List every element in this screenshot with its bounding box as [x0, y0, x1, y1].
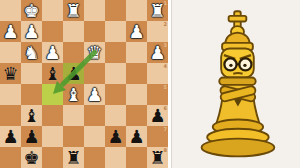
mascot-panel [168, 0, 300, 168]
square-a3[interactable] [0, 105, 21, 126]
white-p-piece-a7[interactable]: ♟ [0, 21, 21, 42]
black-p-piece-a2[interactable]: ♟ [0, 126, 21, 147]
square-h8[interactable]: ♜1 [147, 0, 168, 21]
white-p-piece-b7[interactable]: ♟ [21, 21, 42, 42]
black-q-piece-a5[interactable]: ♛ [0, 63, 21, 84]
black-p-piece-h3[interactable]: ♟ [147, 105, 168, 126]
black-p-piece-f2[interactable]: ♟ [105, 126, 126, 147]
white-p-piece-g7[interactable]: ♟ [126, 21, 147, 42]
square-c7[interactable] [42, 21, 63, 42]
square-c5[interactable]: ♝ [42, 63, 63, 84]
square-h7[interactable]: 2 [147, 21, 168, 42]
square-e2[interactable] [84, 126, 105, 147]
black-p-piece-g2[interactable]: ♟ [126, 126, 147, 147]
white-r-piece-h8[interactable]: ♜ [147, 0, 168, 21]
square-a6[interactable] [0, 42, 21, 63]
square-e4[interactable]: ♟ [84, 84, 105, 105]
square-g6[interactable] [126, 42, 147, 63]
white-p-piece-e4[interactable]: ♟ [84, 84, 105, 105]
square-d5[interactable]: ♟ [63, 63, 84, 84]
square-h4[interactable]: 5 [147, 84, 168, 105]
square-d2[interactable] [63, 126, 84, 147]
white-r-piece-d8[interactable]: ♜ [63, 0, 84, 21]
square-b3[interactable]: ♝ [21, 105, 42, 126]
square-b8[interactable]: ♚ [21, 0, 42, 21]
square-f7[interactable] [105, 21, 126, 42]
square-d3[interactable] [63, 105, 84, 126]
square-b7[interactable]: ♟ [21, 21, 42, 42]
square-a8[interactable] [0, 0, 21, 21]
square-b6[interactable]: ♞ [21, 42, 42, 63]
square-e3[interactable] [84, 105, 105, 126]
square-d4[interactable]: ♝ [63, 84, 84, 105]
square-a7[interactable]: ♟ [0, 21, 21, 42]
square-f6[interactable] [105, 42, 126, 63]
black-r-piece-d1[interactable]: ♜ [63, 147, 84, 168]
square-b5[interactable] [21, 63, 42, 84]
square-b2[interactable]: ♟ [21, 126, 42, 147]
rank-label: 7 [164, 127, 167, 132]
square-c1[interactable] [42, 147, 63, 168]
square-c8[interactable] [42, 0, 63, 21]
square-a1[interactable] [0, 147, 21, 168]
white-n-piece-b6[interactable]: ♞ [21, 42, 42, 63]
square-g5[interactable] [126, 63, 147, 84]
square-b4[interactable] [21, 84, 42, 105]
square-h5[interactable]: 4 [147, 63, 168, 84]
square-h3[interactable]: ♟6 [147, 105, 168, 126]
square-h2[interactable]: 7 [147, 126, 168, 147]
white-p-piece-c6[interactable]: ♟ [42, 42, 63, 63]
square-h6[interactable]: ♟3 [147, 42, 168, 63]
square-e6[interactable]: ♛ [84, 42, 105, 63]
black-b-piece-c5[interactable]: ♝ [42, 63, 63, 84]
square-g3[interactable] [126, 105, 147, 126]
rank-label: 4 [164, 64, 167, 69]
square-d8[interactable]: ♜ [63, 0, 84, 21]
square-a2[interactable]: ♟ [0, 126, 21, 147]
square-e8[interactable] [84, 0, 105, 21]
square-a4[interactable] [0, 84, 21, 105]
square-f8[interactable] [105, 0, 126, 21]
square-f5[interactable] [105, 63, 126, 84]
rank-label: 5 [164, 85, 167, 90]
square-g8[interactable] [126, 0, 147, 21]
square-d1[interactable]: ♜ [63, 147, 84, 168]
square-b1[interactable]: ♚ [21, 147, 42, 168]
square-g2[interactable]: ♟ [126, 126, 147, 147]
rank-label: 2 [164, 22, 167, 27]
square-c2[interactable] [42, 126, 63, 147]
square-g4[interactable] [126, 84, 147, 105]
white-b-piece-d4[interactable]: ♝ [63, 84, 84, 105]
square-c3[interactable] [42, 105, 63, 126]
board-grid[interactable]: ♚♜♜1♟♟♟2♞♟♛♟3♛♝♟4♝♟5♝♟6♟♟♟♟7♚♜♜8 [0, 0, 168, 168]
square-f4[interactable] [105, 84, 126, 105]
square-g7[interactable]: ♟ [126, 21, 147, 42]
square-e7[interactable] [84, 21, 105, 42]
golden-king-mascot-icon [181, 4, 293, 164]
square-f1[interactable] [105, 147, 126, 168]
square-e5[interactable] [84, 63, 105, 84]
white-k-piece-b8[interactable]: ♚ [21, 0, 42, 21]
black-b-piece-b3[interactable]: ♝ [21, 105, 42, 126]
square-a5[interactable]: ♛ [0, 63, 21, 84]
black-p-piece-b2[interactable]: ♟ [21, 126, 42, 147]
square-c4[interactable] [42, 84, 63, 105]
chess-board[interactable]: ♚♜♜1♟♟♟2♞♟♛♟3♛♝♟4♝♟5♝♟6♟♟♟♟7♚♜♜8 [0, 0, 168, 168]
white-q-piece-e6[interactable]: ♛ [84, 42, 105, 63]
black-k-piece-b1[interactable]: ♚ [21, 147, 42, 168]
black-r-piece-h1[interactable]: ♜ [147, 147, 168, 168]
square-f3[interactable] [105, 105, 126, 126]
square-c6[interactable]: ♟ [42, 42, 63, 63]
square-f2[interactable]: ♟ [105, 126, 126, 147]
white-p-piece-h6[interactable]: ♟ [147, 42, 168, 63]
square-h1[interactable]: ♜8 [147, 147, 168, 168]
square-d7[interactable] [63, 21, 84, 42]
black-p-piece-d5[interactable]: ♟ [63, 63, 84, 84]
square-e1[interactable] [84, 147, 105, 168]
square-g1[interactable] [126, 147, 147, 168]
square-d6[interactable] [63, 42, 84, 63]
